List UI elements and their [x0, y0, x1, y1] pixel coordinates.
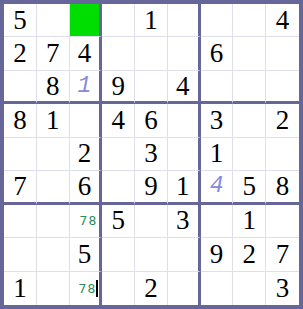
cell-r1c6[interactable] — [168, 4, 201, 37]
given-digit: 9 — [210, 241, 224, 268]
cell-r8c5[interactable] — [135, 238, 168, 271]
cell-r6c6[interactable]: 1 — [168, 171, 201, 204]
cell-r4c3[interactable] — [70, 104, 103, 137]
cell-r5c2[interactable] — [37, 138, 70, 171]
cell-r2c5[interactable] — [135, 37, 168, 70]
sudoku-board: 5142746819481463223176914587853159271782… — [0, 0, 303, 309]
cell-r8c6[interactable] — [168, 238, 201, 271]
cell-r3c1[interactable] — [4, 71, 37, 104]
given-digit: 1 — [176, 173, 190, 200]
cell-r2c8[interactable] — [233, 37, 266, 70]
cell-r2c6[interactable] — [168, 37, 201, 70]
cell-r9c4[interactable] — [102, 272, 135, 305]
cell-r4c6[interactable] — [168, 104, 201, 137]
cell-r4c9[interactable]: 2 — [266, 104, 299, 137]
cell-r7c6[interactable]: 3 — [168, 205, 201, 238]
given-digit: 2 — [13, 40, 27, 67]
cell-r2c3[interactable]: 4 — [70, 37, 103, 70]
given-digit: 7 — [13, 173, 27, 200]
cell-r1c5[interactable]: 1 — [135, 4, 168, 37]
cell-r1c8[interactable] — [233, 4, 266, 37]
cell-r2c4[interactable] — [102, 37, 135, 70]
cell-r4c5[interactable]: 6 — [135, 104, 168, 137]
cell-r7c7[interactable] — [201, 205, 234, 238]
cell-r8c2[interactable] — [37, 238, 70, 271]
given-digit: 2 — [144, 275, 158, 302]
cell-r8c3[interactable]: 5 — [70, 238, 103, 271]
cell-r5c3[interactable]: 2 — [70, 138, 103, 171]
given-digit: 9 — [111, 73, 125, 100]
given-digit: 6 — [144, 107, 158, 134]
cell-r3c8[interactable] — [233, 71, 266, 104]
given-digit: 3 — [210, 107, 224, 134]
given-digit: 2 — [276, 107, 290, 134]
cell-r4c1[interactable]: 8 — [4, 104, 37, 137]
cell-r1c9[interactable]: 4 — [266, 4, 299, 37]
given-digit: 3 — [176, 207, 190, 234]
given-digit: 5 — [111, 207, 125, 234]
cell-r4c2[interactable]: 1 — [37, 104, 70, 137]
pencil-marks: 78 — [80, 214, 98, 227]
cell-r3c5[interactable] — [135, 71, 168, 104]
cell-r6c4[interactable] — [102, 171, 135, 204]
cell-r5c5[interactable]: 3 — [135, 138, 168, 171]
cell-r7c2[interactable] — [37, 205, 70, 238]
cell-r1c1[interactable]: 5 — [4, 4, 37, 37]
given-digit: 1 — [46, 107, 60, 134]
given-digit: 2 — [243, 241, 257, 268]
cell-r2c9[interactable] — [266, 37, 299, 70]
cell-r7c5[interactable] — [135, 205, 168, 238]
cell-r9c5[interactable]: 2 — [135, 272, 168, 305]
given-digit: 2 — [78, 140, 92, 167]
cell-r2c7[interactable]: 6 — [201, 37, 234, 70]
cell-r5c7[interactable]: 1 — [201, 138, 234, 171]
cell-r8c9[interactable]: 7 — [266, 238, 299, 271]
cell-r1c7[interactable] — [201, 4, 234, 37]
given-digit: 5 — [243, 173, 257, 200]
given-digit: 7 — [276, 241, 290, 268]
given-digit: 3 — [144, 140, 158, 167]
given-digit: 1 — [243, 207, 257, 234]
cell-r7c1[interactable] — [4, 205, 37, 238]
cell-r9c1[interactable]: 1 — [4, 272, 37, 305]
cell-r2c2[interactable]: 7 — [37, 37, 70, 70]
cell-r6c5[interactable]: 9 — [135, 171, 168, 204]
pencil-marks: 78 — [79, 282, 97, 295]
cell-r7c9[interactable] — [266, 205, 299, 238]
user-digit: 4 — [210, 175, 224, 198]
cell-r9c7[interactable] — [201, 272, 234, 305]
cell-r5c4[interactable] — [102, 138, 135, 171]
cell-r9c3[interactable]: 78 — [70, 272, 103, 305]
cell-r9c2[interactable] — [37, 272, 70, 305]
cell-r9c9[interactable]: 3 — [266, 272, 299, 305]
given-digit: 1 — [13, 275, 27, 302]
given-digit: 7 — [46, 40, 60, 67]
cell-r7c8[interactable]: 1 — [233, 205, 266, 238]
cell-r1c2[interactable] — [37, 4, 70, 37]
cell-r6c2[interactable] — [37, 171, 70, 204]
cell-r6c3[interactable]: 6 — [70, 171, 103, 204]
cell-r3c7[interactable] — [201, 71, 234, 104]
cell-r5c1[interactable] — [4, 138, 37, 171]
cell-r2c1[interactable]: 2 — [4, 37, 37, 70]
given-digit: 1 — [144, 7, 158, 34]
cell-r6c1[interactable]: 7 — [4, 171, 37, 204]
cell-r6c8[interactable]: 5 — [233, 171, 266, 204]
given-digit: 6 — [210, 40, 224, 67]
user-digit: 1 — [78, 75, 92, 98]
cell-r3c9[interactable] — [266, 71, 299, 104]
given-digit: 4 — [276, 7, 290, 34]
cell-r3c2[interactable]: 8 — [37, 71, 70, 104]
cell-r7c4[interactable]: 5 — [102, 205, 135, 238]
text-cursor — [96, 280, 98, 297]
cell-r4c4[interactable]: 4 — [102, 104, 135, 137]
cell-r5c6[interactable] — [168, 138, 201, 171]
given-digit: 8 — [276, 173, 290, 200]
given-digit: 6 — [78, 173, 92, 200]
cell-r6c7[interactable]: 4 — [201, 171, 234, 204]
cell-r1c3[interactable] — [70, 4, 103, 37]
cell-r4c8[interactable] — [233, 104, 266, 137]
given-digit: 4 — [78, 40, 92, 67]
given-digit: 1 — [210, 140, 224, 167]
cell-r5c9[interactable] — [266, 138, 299, 171]
cell-r8c4[interactable] — [102, 238, 135, 271]
cell-r3c6[interactable]: 4 — [168, 71, 201, 104]
cell-r8c7[interactable]: 9 — [201, 238, 234, 271]
given-digit: 5 — [13, 7, 27, 34]
given-digit: 4 — [176, 73, 190, 100]
given-digit: 3 — [276, 275, 290, 302]
cell-r4c7[interactable]: 3 — [201, 104, 234, 137]
given-digit: 9 — [144, 173, 158, 200]
cell-r1c4[interactable] — [102, 4, 135, 37]
cell-r8c8[interactable]: 2 — [233, 238, 266, 271]
cell-r8c1[interactable] — [4, 238, 37, 271]
cell-r7c3[interactable]: 78 — [70, 205, 103, 238]
cell-r3c4[interactable]: 9 — [102, 71, 135, 104]
cell-r5c8[interactable] — [233, 138, 266, 171]
cell-r9c6[interactable] — [168, 272, 201, 305]
given-digit: 5 — [78, 241, 92, 268]
given-digit: 8 — [46, 73, 60, 100]
cell-r9c8[interactable] — [233, 272, 266, 305]
given-digit: 4 — [111, 107, 125, 134]
cell-r6c9[interactable]: 8 — [266, 171, 299, 204]
cell-r3c3[interactable]: 1 — [70, 71, 103, 104]
given-digit: 8 — [13, 107, 27, 134]
